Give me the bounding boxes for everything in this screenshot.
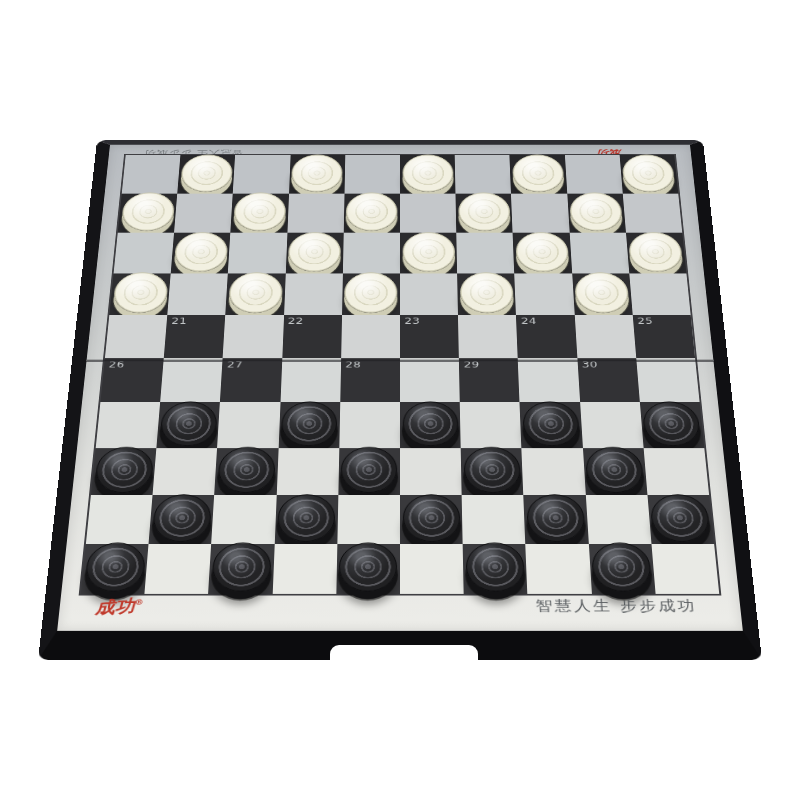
square-39[interactable] <box>461 448 524 495</box>
piece-black-48[interactable] <box>339 543 398 592</box>
square-light[interactable] <box>400 273 458 315</box>
piece-black-32[interactable] <box>281 401 338 446</box>
square-light[interactable] <box>86 495 153 544</box>
square-light[interactable] <box>526 544 592 594</box>
square-17[interactable] <box>226 273 286 315</box>
square-light[interactable] <box>456 233 514 274</box>
piece-white-15[interactable] <box>628 232 684 271</box>
square-light[interactable] <box>511 193 569 232</box>
square-22[interactable]: 22 <box>282 315 342 358</box>
square-number: 25 <box>637 316 654 326</box>
piece-white-20[interactable] <box>574 272 630 313</box>
square-4[interactable] <box>510 155 567 193</box>
piece-black-33[interactable] <box>402 401 458 446</box>
piece-black-39[interactable] <box>463 447 521 493</box>
square-light[interactable] <box>96 402 161 448</box>
piece-black-45[interactable] <box>650 494 712 541</box>
piece-black-50[interactable] <box>591 543 653 592</box>
square-light[interactable] <box>651 544 719 594</box>
square-light[interactable] <box>276 448 339 495</box>
square-34[interactable] <box>520 402 583 448</box>
square-35[interactable] <box>640 402 705 448</box>
piece-white-2[interactable] <box>291 154 343 191</box>
board-frame: 智慧人生 步步成功 成功 21222324252627282930 成功® 智慧… <box>38 140 762 660</box>
piece-white-11[interactable] <box>173 232 228 271</box>
square-31[interactable] <box>157 402 221 448</box>
product-photo: 智慧人生 步步成功 成功 21222324252627282930 成功® 智慧… <box>0 0 800 800</box>
square-light[interactable] <box>280 358 341 402</box>
square-number: 22 <box>288 316 304 326</box>
piece-black-46[interactable] <box>84 543 147 592</box>
square-29[interactable]: 29 <box>459 358 520 402</box>
piece-white-1[interactable] <box>180 154 233 191</box>
square-50[interactable] <box>588 544 655 594</box>
square-light[interactable] <box>122 155 181 193</box>
square-8[interactable] <box>344 193 400 232</box>
square-light[interactable] <box>565 155 623 193</box>
piece-black-43[interactable] <box>402 494 460 541</box>
square-light[interactable] <box>145 544 212 594</box>
square-2[interactable] <box>289 155 345 193</box>
square-21[interactable]: 21 <box>164 315 226 358</box>
piece-black-49[interactable] <box>465 543 525 592</box>
square-light[interactable] <box>629 273 691 315</box>
square-light[interactable] <box>233 155 290 193</box>
piece-black-38[interactable] <box>341 447 398 493</box>
piece-white-17[interactable] <box>228 272 283 313</box>
piece-black-37[interactable] <box>217 447 276 493</box>
square-16[interactable] <box>109 273 171 315</box>
piece-black-34[interactable] <box>522 401 580 446</box>
square-1[interactable] <box>177 155 235 193</box>
board-grid: 21222324252627282930 <box>79 154 722 596</box>
square-26[interactable]: 26 <box>100 358 164 402</box>
piece-white-6[interactable] <box>120 193 175 231</box>
square-24[interactable]: 24 <box>516 315 577 358</box>
piece-white-16[interactable] <box>112 272 169 313</box>
piece-black-31[interactable] <box>159 401 218 446</box>
square-18[interactable] <box>342 273 400 315</box>
square-number: 24 <box>521 316 537 326</box>
square-38[interactable] <box>338 448 400 495</box>
square-light[interactable] <box>455 155 511 193</box>
square-light[interactable] <box>344 155 400 193</box>
square-47[interactable] <box>208 544 274 594</box>
square-20[interactable] <box>572 273 633 315</box>
square-light[interactable] <box>636 358 700 402</box>
square-19[interactable] <box>457 273 516 315</box>
board-scene: 智慧人生 步步成功 成功 21222324252627282930 成功® 智慧… <box>38 140 762 660</box>
square-36[interactable] <box>91 448 157 495</box>
square-light[interactable] <box>105 315 168 358</box>
square-light[interactable] <box>160 358 223 402</box>
square-42[interactable] <box>274 495 338 544</box>
piece-black-40[interactable] <box>585 447 645 493</box>
square-33[interactable] <box>400 402 461 448</box>
piece-black-44[interactable] <box>526 494 586 541</box>
square-14[interactable] <box>513 233 572 274</box>
square-light[interactable] <box>462 495 526 544</box>
square-light[interactable] <box>518 358 580 402</box>
piece-black-42[interactable] <box>277 494 336 541</box>
square-light[interactable] <box>223 315 284 358</box>
square-41[interactable] <box>149 495 215 544</box>
square-light[interactable] <box>574 315 636 358</box>
fold-seam <box>86 360 713 362</box>
square-44[interactable] <box>524 495 589 544</box>
square-light[interactable] <box>228 233 287 274</box>
square-light[interactable] <box>585 495 651 544</box>
square-40[interactable] <box>583 448 648 495</box>
square-27[interactable]: 27 <box>220 358 282 402</box>
piece-white-10[interactable] <box>569 193 623 231</box>
square-15[interactable] <box>626 233 687 274</box>
brand-logo-text: 成功 <box>95 595 135 617</box>
piece-white-13[interactable] <box>402 232 455 271</box>
piece-white-18[interactable] <box>344 272 397 313</box>
square-light[interactable] <box>339 402 400 448</box>
square-light[interactable] <box>643 448 709 495</box>
square-45[interactable] <box>647 495 714 544</box>
square-28[interactable]: 28 <box>340 358 400 402</box>
square-light[interactable] <box>284 273 343 315</box>
square-light[interactable] <box>343 233 400 274</box>
square-25[interactable]: 25 <box>633 315 696 358</box>
square-30[interactable]: 30 <box>577 358 640 402</box>
square-light[interactable] <box>580 402 644 448</box>
piece-white-4[interactable] <box>512 154 565 191</box>
piece-black-35[interactable] <box>642 401 702 446</box>
square-light[interactable] <box>569 233 629 274</box>
square-light[interactable] <box>400 544 464 594</box>
square-6[interactable] <box>118 193 178 232</box>
square-light[interactable] <box>337 495 400 544</box>
piece-white-12[interactable] <box>288 232 342 271</box>
piece-white-14[interactable] <box>515 232 569 271</box>
square-light[interactable] <box>515 273 575 315</box>
square-3[interactable] <box>400 155 456 193</box>
square-light[interactable] <box>167 273 228 315</box>
piece-white-5[interactable] <box>622 154 676 191</box>
brand-logo-bottom: 成功® <box>95 594 143 619</box>
piece-white-8[interactable] <box>346 193 398 231</box>
square-light[interactable] <box>400 193 456 232</box>
square-light[interactable] <box>400 448 462 495</box>
square-light[interactable] <box>174 193 233 232</box>
square-light[interactable] <box>400 358 460 402</box>
square-number: 21 <box>171 316 187 326</box>
square-10[interactable] <box>567 193 626 232</box>
square-light[interactable] <box>287 193 344 232</box>
square-46[interactable] <box>81 544 149 594</box>
square-light[interactable] <box>114 233 175 274</box>
piece-white-19[interactable] <box>460 272 514 313</box>
square-5[interactable] <box>619 155 678 193</box>
square-32[interactable] <box>278 402 340 448</box>
square-43[interactable] <box>400 495 463 544</box>
piece-white-7[interactable] <box>233 193 287 231</box>
square-number: 23 <box>404 316 420 326</box>
square-9[interactable] <box>456 193 513 232</box>
square-light[interactable] <box>341 315 400 358</box>
square-11[interactable] <box>171 233 231 274</box>
square-light[interactable] <box>458 315 518 358</box>
square-light[interactable] <box>212 495 277 544</box>
slogan-bottom: 智慧人生 步步成功 <box>535 596 697 615</box>
piece-white-3[interactable] <box>402 154 453 191</box>
piece-white-9[interactable] <box>458 193 511 231</box>
square-light[interactable] <box>623 193 683 232</box>
square-37[interactable] <box>215 448 279 495</box>
square-48[interactable] <box>336 544 400 594</box>
square-12[interactable] <box>285 233 343 274</box>
registered-mark: ® <box>135 598 144 607</box>
square-light[interactable] <box>460 402 522 448</box>
square-light[interactable] <box>272 544 337 594</box>
square-13[interactable] <box>400 233 457 274</box>
square-23[interactable]: 23 <box>400 315 459 358</box>
square-49[interactable] <box>463 544 528 594</box>
piece-black-41[interactable] <box>151 494 212 541</box>
square-light[interactable] <box>153 448 218 495</box>
square-light[interactable] <box>217 402 280 448</box>
square-7[interactable] <box>231 193 289 232</box>
piece-black-47[interactable] <box>211 543 272 592</box>
frame-notch <box>330 645 478 662</box>
piece-black-36[interactable] <box>94 447 155 493</box>
square-light[interactable] <box>522 448 586 495</box>
